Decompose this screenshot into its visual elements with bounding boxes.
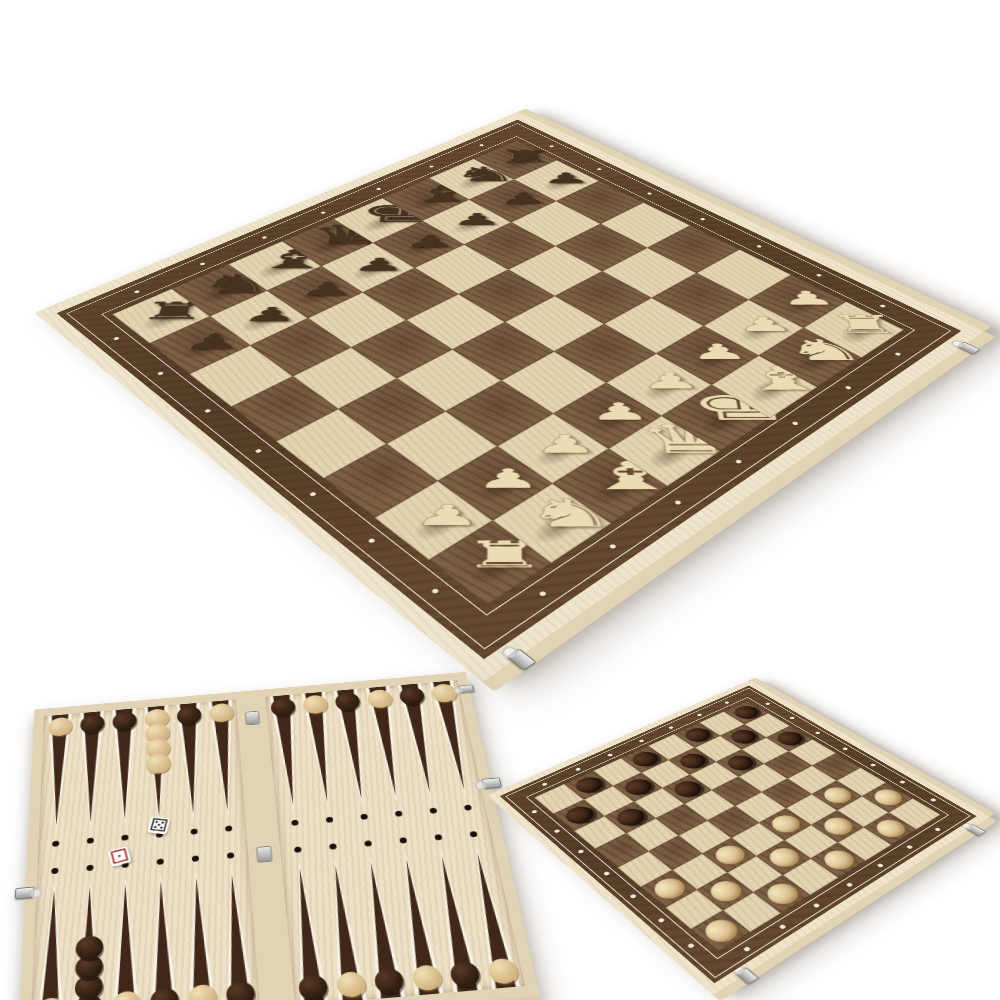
inlay-dot — [929, 798, 936, 802]
inlay-dot — [723, 701, 729, 704]
point-tip-dot — [434, 834, 442, 840]
inlay-dot — [778, 924, 786, 930]
chess-piece-black-rook: ♜ — [495, 148, 554, 164]
die-icon-1: ⚀ — [108, 846, 132, 867]
backgammon-tray-right — [255, 672, 540, 1000]
inlay-dot — [537, 591, 546, 597]
inlay-dot — [577, 850, 584, 855]
point-fill — [116, 883, 137, 1000]
backgammon-checker-light — [145, 753, 170, 774]
inlay-dot — [261, 236, 267, 239]
chess-piece-white-pawn: ♟ — [771, 289, 845, 307]
latch-icon — [957, 341, 981, 354]
inlay-dot — [541, 782, 548, 786]
inlay-dot — [646, 192, 652, 195]
chess-piece-black-pawn: ♟ — [536, 171, 597, 185]
inlay-dot — [667, 726, 673, 729]
chess-frame: ♜♞♝♛♚♝♞♜♟♟♟♟♟♟♟♟♟♟♟♟♟♟♟♟♜♞♝♛♚♝♞♜ — [57, 120, 962, 660]
point-tip-dot — [157, 858, 164, 864]
point-tip-dot — [429, 808, 437, 814]
inlay-dot — [428, 165, 434, 168]
inlay-dot — [789, 717, 795, 720]
inlay-dot — [530, 810, 537, 814]
inlay-dot — [894, 352, 901, 356]
checkers-frame — [500, 685, 977, 983]
inlay-dot — [156, 371, 163, 375]
point-fill — [151, 880, 175, 1000]
inlay-dot — [815, 273, 822, 277]
chess-grid: ♜♞♝♛♚♝♞♜♟♟♟♟♟♟♟♟♟♟♟♟♟♟♟♟♜♞♝♛♚♝♞♜ — [112, 140, 904, 605]
inlay-dot — [638, 739, 644, 743]
point-tip-dot — [192, 855, 199, 861]
inlay-dot — [814, 731, 820, 734]
point-tip-dot — [399, 837, 407, 843]
inlay-dot — [203, 409, 211, 414]
backgammon-case: ⚄⚀ — [18, 672, 540, 1000]
inlay-dot — [841, 747, 848, 751]
latch-icon — [15, 887, 35, 900]
latch-icon — [736, 967, 759, 985]
inlay-dot — [254, 448, 262, 453]
point-tip-dot — [326, 817, 334, 823]
point-tip-dot — [121, 834, 128, 840]
inlay-dot — [608, 544, 617, 550]
inlay-dot — [899, 780, 906, 784]
inlay-dot — [686, 943, 694, 949]
chess-piece-white-rook: ♜ — [825, 313, 903, 336]
inlay-dot — [602, 871, 610, 876]
inlay-dot — [673, 500, 681, 505]
inlay-dot — [430, 588, 439, 594]
checkers-case — [487, 680, 989, 995]
point-tip-dot — [87, 838, 94, 844]
latch-icon — [481, 777, 502, 789]
point-tip-dot — [464, 805, 472, 811]
inlay-dot — [375, 187, 381, 190]
checkers-grid — [534, 701, 940, 952]
latch-icon — [507, 648, 537, 671]
inlay-dot — [319, 211, 325, 214]
inlay-dot — [657, 918, 665, 924]
inlay-dot — [879, 304, 886, 308]
inlay-dot — [934, 827, 941, 832]
point-tip-dot — [225, 825, 232, 831]
inlay-dot — [812, 902, 820, 907]
point-tip-dot — [86, 865, 93, 871]
point-tip-dot — [191, 828, 198, 834]
point-tip-dot — [51, 868, 58, 874]
backgammon-point-bottom-1 — [35, 881, 68, 1000]
point-fill — [187, 877, 214, 1000]
inlay-dot — [553, 829, 560, 834]
inlay-dot — [876, 863, 884, 868]
inlay-dot — [844, 385, 852, 389]
inlay-dot — [845, 882, 853, 887]
inlay-dot — [743, 946, 751, 952]
inlay-dot — [629, 894, 637, 899]
inlay-dot — [696, 713, 702, 716]
point-tip-dot — [291, 820, 299, 826]
chess-board: ♜♞♝♛♚♝♞♜♟♟♟♟♟♟♟♟♟♟♟♟♟♟♟♟♜♞♝♛♚♝♞♜ — [34, 112, 984, 682]
inlay-dot — [755, 245, 762, 248]
inlay-dot — [478, 144, 484, 147]
inlay-dot — [575, 767, 582, 771]
inlay-dot — [764, 702, 770, 705]
backgammon-tray-left: ⚄⚀ — [18, 691, 273, 1000]
point-tip-dot — [364, 840, 372, 846]
point-tip-dot — [294, 846, 302, 852]
point-tip-dot — [329, 843, 337, 849]
point-tip-dot — [469, 831, 477, 837]
die-icon-5: ⚄ — [147, 816, 171, 834]
chess-case: ♜♞♝♛♚♝♞♜♟♟♟♟♟♟♟♟♟♟♟♟♟♟♟♟♜♞♝♛♚♝♞♜ — [34, 112, 984, 682]
latch-icon — [966, 824, 987, 836]
checkers-board — [487, 680, 989, 995]
point-fill — [39, 889, 64, 1000]
point-tip-dot — [227, 852, 234, 858]
hinge-icon — [245, 711, 260, 726]
backgammon-point-bottom-3 — [111, 875, 141, 1000]
inlay-dot — [607, 753, 614, 757]
backgammon-point-bottom-5 — [182, 869, 217, 1000]
inlay-dot — [869, 763, 876, 767]
inlay-dot — [596, 168, 602, 171]
inlay-dot — [699, 218, 705, 221]
inlay-dot — [308, 491, 316, 496]
point-tip-dot — [360, 814, 368, 820]
inlay-dot — [133, 290, 140, 294]
point-tip-dot — [52, 841, 59, 847]
point-tip-dot — [395, 811, 403, 817]
backgammon-point-bottom-6 — [218, 866, 256, 1000]
inlay-dot — [112, 336, 119, 340]
inlay-dot — [199, 262, 206, 266]
latch-icon — [458, 685, 474, 693]
backgammon-point-bottom-4 — [147, 872, 179, 1000]
inlay-dot — [367, 538, 376, 544]
product-photo-scene: ♜♞♝♛♚♝♞♜♟♟♟♟♟♟♟♟♟♟♟♟♟♟♟♟♜♞♝♛♚♝♞♜ ⚄⚀ — [0, 0, 1000, 1000]
hinge-icon — [256, 846, 272, 863]
inlay-dot — [905, 845, 913, 850]
backgammon-board: ⚄⚀ — [18, 672, 540, 1000]
